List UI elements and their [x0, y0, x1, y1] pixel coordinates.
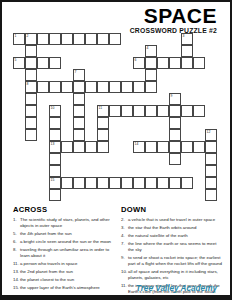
grid-cell[interactable] [169, 177, 181, 189]
grid-cell[interactable] [37, 81, 49, 93]
cell-number: 9 [171, 94, 173, 98]
grid-cell[interactable] [181, 177, 193, 189]
grid-cell[interactable]: 1 [13, 33, 25, 45]
grid-cell[interactable] [145, 81, 157, 93]
cell-number: 2 [27, 34, 29, 38]
clue-text: the 4th planet from the sun [20, 231, 118, 237]
grid-cell[interactable] [97, 177, 109, 189]
grid-cell[interactable] [145, 57, 157, 69]
grid-cell[interactable] [157, 177, 169, 189]
grid-cell[interactable] [181, 105, 193, 117]
grid-cell[interactable] [25, 105, 37, 117]
grid-cell[interactable] [169, 117, 181, 129]
grid-cell[interactable] [25, 129, 37, 141]
grid-cell[interactable] [49, 81, 61, 93]
grid-cell[interactable]: 10 [49, 105, 61, 117]
grid-cell[interactable] [49, 57, 61, 69]
grid-cell[interactable] [49, 189, 61, 201]
grid-cell[interactable] [205, 141, 217, 153]
across-section: ACROSS 1.The scientific study of stars, … [13, 205, 118, 293]
grid-cell[interactable]: 14 [133, 141, 145, 153]
clue-number: 10. [121, 269, 128, 281]
grid-cell[interactable] [61, 33, 73, 45]
cell-number: 14 [135, 142, 139, 146]
grid-cell[interactable] [37, 33, 49, 45]
brand-logo-text: Tree Valley Academy [136, 284, 217, 293]
clue-text: a person who travels in space [20, 261, 118, 267]
across-heading: ACROSS [13, 205, 118, 214]
clue-item: 9.to send or shoot a rocket into space; … [121, 255, 223, 267]
grid-cell[interactable]: 12 [205, 129, 217, 141]
clue-text: the natural satellite of the earth [128, 233, 223, 239]
clue-number: 13. [13, 269, 20, 275]
grid-cell[interactable] [169, 129, 181, 141]
grid-cell[interactable] [181, 57, 193, 69]
cell-number: 4 [147, 46, 149, 50]
clue-number: 11. [121, 283, 128, 300]
clue-item: 14.the planet closest to the sun [13, 277, 118, 283]
clue-number: 2. [121, 217, 128, 223]
cell-number: 1 [15, 34, 17, 38]
grid-cell[interactable] [85, 33, 97, 45]
grid-cell[interactable] [169, 105, 181, 117]
grid-cell[interactable] [169, 57, 181, 69]
grid-cell[interactable] [61, 177, 73, 189]
grid-cell[interactable] [205, 189, 217, 201]
grid-cell[interactable] [181, 45, 193, 57]
grid-cell[interactable]: 5 [13, 57, 25, 69]
grid-cell[interactable] [205, 153, 217, 165]
clue-item: 10.all of space and everything in it inc… [121, 269, 223, 281]
across-clues: 1.The scientific study of stars, planets… [13, 217, 118, 291]
grid-cell[interactable]: 15 [49, 177, 61, 189]
grid-cell[interactable] [145, 177, 157, 189]
grid-cell[interactable] [49, 33, 61, 45]
grid-cell[interactable] [73, 93, 85, 105]
grid-cell[interactable] [97, 117, 109, 129]
clue-item: 1.The scientific study of stars, planets… [13, 217, 118, 229]
clue-number: 5. [13, 231, 20, 237]
grid-cell[interactable] [25, 69, 37, 81]
grid-cell[interactable] [25, 45, 37, 57]
grid-cell[interactable]: 2 [25, 33, 37, 45]
clue-text: all of space and everything in it includ… [128, 269, 223, 281]
grid-cell[interactable] [133, 81, 145, 93]
crossword-grid: 123456789101112131415 [13, 33, 217, 201]
grid-cell[interactable] [109, 33, 121, 45]
cell-number: 3 [183, 34, 185, 38]
grid-cell[interactable] [49, 117, 61, 129]
grid-cell[interactable] [73, 129, 85, 141]
grid-cell[interactable] [37, 57, 49, 69]
cell-number: 10 [51, 106, 55, 110]
clue-item: 11.a person who travels in space [13, 261, 118, 267]
clue-number: 15. [13, 285, 20, 291]
clue-number: 1. [13, 217, 20, 229]
grid-cell[interactable] [193, 57, 205, 69]
grid-cell[interactable] [97, 129, 109, 141]
grid-cell[interactable]: 6 [133, 57, 145, 69]
grid-cell[interactable]: 7 [73, 69, 85, 81]
grid-cell[interactable] [121, 81, 133, 93]
grid-cell[interactable]: 8 [25, 81, 37, 93]
clue-text: the planet closest to the sun [20, 277, 118, 283]
grid-cell[interactable] [73, 33, 85, 45]
grid-cell[interactable] [169, 141, 181, 153]
clue-item: 8.traveling through an unfamiliar area i… [13, 247, 118, 259]
clue-item: 13.the 2nd planet from the sun [13, 269, 118, 275]
grid-cell[interactable] [25, 93, 37, 105]
clue-number: 14. [13, 277, 20, 283]
grid-cell[interactable] [193, 105, 205, 117]
clue-text: a bright circle seen around the sun or t… [20, 239, 118, 245]
grid-cell[interactable] [73, 177, 85, 189]
cell-number: 15 [51, 178, 55, 182]
grid-cell[interactable] [97, 141, 109, 153]
grid-cell[interactable] [205, 177, 217, 189]
clue-text: traveling through an unfamiliar area in … [20, 247, 118, 259]
grid-cell[interactable]: 9 [169, 93, 181, 105]
grid-cell[interactable] [85, 81, 97, 93]
grid-cell[interactable] [25, 57, 37, 69]
cell-number: 12 [207, 130, 211, 134]
clue-text: the line where the earth or sea seems to… [128, 241, 223, 253]
grid-cell[interactable] [97, 33, 109, 45]
grid-cell[interactable] [157, 57, 169, 69]
grid-cell[interactable] [169, 153, 181, 165]
grid-cell[interactable]: 3 [181, 33, 193, 45]
grid-cell[interactable] [85, 141, 97, 153]
grid-cell[interactable] [145, 141, 157, 153]
grid-cell[interactable] [85, 177, 97, 189]
grid-cell[interactable] [61, 141, 73, 153]
clue-number: 11. [13, 261, 20, 267]
clue-item: 5.the 4th planet from the sun [13, 231, 118, 237]
clue-text: The scientific study of stars, planets, … [20, 217, 118, 229]
clue-text: the upper layer of the Earth's atmospher… [20, 285, 118, 291]
grid-cell[interactable] [97, 81, 109, 93]
grid-cell[interactable] [49, 129, 61, 141]
grid-cell[interactable] [61, 81, 73, 93]
grid-cell[interactable] [145, 69, 157, 81]
clue-number: 4. [121, 233, 128, 239]
cell-number: 8 [27, 82, 29, 86]
grid-cell[interactable] [145, 105, 157, 117]
clue-item: 4.the natural satellite of the earth [121, 233, 223, 239]
clue-number: 7. [121, 241, 128, 253]
grid-cell[interactable] [157, 105, 169, 117]
grid-cell[interactable] [205, 165, 217, 177]
clue-item: 15.the upper layer of the Earth's atmosp… [13, 285, 118, 291]
grid-cell[interactable] [109, 105, 121, 117]
grid-cell[interactable] [73, 105, 85, 117]
down-heading: DOWN [121, 205, 223, 214]
grid-cell[interactable] [73, 81, 85, 93]
grid-cell[interactable] [133, 105, 145, 117]
clue-item: 3.the star that the Earth orbits around [121, 225, 223, 231]
grid-cell[interactable] [121, 177, 133, 189]
grid-cell[interactable] [109, 177, 121, 189]
grid-cell[interactable] [25, 117, 37, 129]
cell-number: 13 [51, 142, 55, 146]
clue-text: to send or shoot a rocket into space; th… [128, 255, 223, 267]
cell-number: 6 [135, 58, 137, 62]
clue-number: 3. [121, 225, 128, 231]
page-title: SPACE [144, 4, 217, 28]
grid-cell[interactable] [121, 105, 133, 117]
grid-cell[interactable] [49, 165, 61, 177]
clue-item: 2.a vehicle that is used for travel in o… [121, 217, 223, 223]
grid-cell[interactable] [73, 117, 85, 129]
grid-cell[interactable] [133, 177, 145, 189]
grid-cell[interactable] [157, 141, 169, 153]
grid-cell[interactable]: 4 [145, 45, 157, 57]
cell-number: 11 [99, 106, 103, 110]
clue-number: 6. [13, 239, 20, 245]
cell-number: 5 [15, 58, 17, 62]
grid-cell[interactable] [193, 141, 205, 153]
grid-cell[interactable] [73, 141, 85, 153]
puzzle-page: SPACE CROSSWORD PUZZLE #2 12345678910111… [0, 0, 232, 300]
grid-cell[interactable] [109, 81, 121, 93]
grid-cell[interactable] [181, 141, 193, 153]
grid-cell[interactable] [49, 153, 61, 165]
clue-number: 9. [121, 255, 128, 267]
clue-number: 8. [13, 247, 20, 259]
clue-text: the star that the Earth orbits around [128, 225, 223, 231]
clue-item: 6.a bright circle seen around the sun or… [13, 239, 118, 245]
cell-number: 7 [75, 70, 77, 74]
clue-item: 7.the line where the earth or sea seems … [121, 241, 223, 253]
grid-cell[interactable]: 13 [49, 141, 61, 153]
grid-cell[interactable]: 11 [97, 105, 109, 117]
clue-text: a vehicle that is used for travel in out… [128, 217, 223, 223]
clue-text: the 2nd planet from the sun [20, 269, 118, 275]
